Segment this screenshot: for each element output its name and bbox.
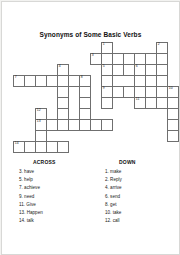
clue-number: 5 — [103, 65, 105, 69]
clue-number: 13 — [37, 120, 41, 124]
clue-item: 7. achieve — [19, 184, 89, 192]
clue-item: 10. take — [105, 209, 171, 217]
clue-item: 14. talk — [19, 217, 89, 225]
clue-item: 6. send — [105, 193, 171, 201]
clue-item: 8. get — [105, 201, 171, 209]
crossword-cell[interactable] — [57, 141, 69, 153]
across-header: ACROSS — [33, 159, 89, 165]
clue-item: 13. Happen — [19, 209, 89, 217]
clue-number: 6 — [136, 65, 138, 69]
clue-item: 11. Give — [19, 201, 89, 209]
crossword-cell[interactable] — [46, 75, 58, 87]
clue-number: 14 — [15, 142, 19, 146]
clue-number: 9 — [103, 87, 105, 91]
clue-number: 2 — [158, 43, 160, 47]
crossword-cell[interactable]: 3 — [90, 53, 102, 65]
across-clue-list: ACROSS 3. have5. help7. achieve9. need11… — [19, 159, 89, 225]
clue-item: 2. Reply — [105, 176, 171, 184]
crossword-cell[interactable] — [145, 97, 157, 109]
crossword-cell[interactable] — [101, 97, 113, 109]
clue-number: 3 — [92, 54, 94, 58]
down-header: DOWN — [119, 159, 171, 165]
crossword-cell[interactable] — [101, 119, 113, 131]
clue-number: 4 — [59, 65, 61, 69]
crossword-cell[interactable] — [68, 119, 80, 131]
crossword-cell[interactable] — [167, 130, 179, 142]
clue-number: 7 — [15, 76, 17, 80]
clue-item: 3. have — [19, 168, 89, 176]
worksheet-page: Synonyms of Some Basic Verbs 15923461178… — [1, 1, 180, 255]
clue-number: 8 — [81, 76, 83, 80]
clue-number: 10 — [169, 87, 173, 91]
page-title: Synonyms of Some Basic Verbs — [2, 31, 179, 38]
clue-number: 11 — [136, 98, 140, 102]
clue-item: 4. arrive — [105, 184, 171, 192]
clue-item: 9. need — [19, 193, 89, 201]
crossword-cell[interactable] — [123, 86, 135, 98]
down-clue-list: DOWN 1. make2. Reply4. arrive6. send8. g… — [105, 159, 171, 225]
crossword-cell[interactable] — [24, 141, 36, 153]
clue-item: 5. help — [19, 176, 89, 184]
crossword-cell[interactable] — [145, 64, 157, 76]
clue-number: 1 — [103, 43, 105, 47]
clue-item: 1. make — [105, 168, 171, 176]
clue-item: 12. call — [105, 217, 171, 225]
clue-number: 12 — [37, 109, 41, 113]
